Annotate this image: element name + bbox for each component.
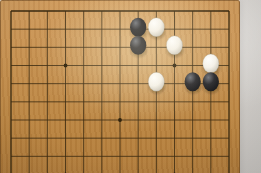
- stone-black[interactable]: [185, 72, 201, 91]
- stone-white[interactable]: [203, 54, 219, 73]
- stone-white[interactable]: [148, 18, 164, 37]
- stone-white[interactable]: [166, 36, 182, 55]
- stone-black[interactable]: [130, 36, 146, 55]
- star-point: [173, 64, 177, 68]
- go-board-surface[interactable]: [0, 0, 240, 173]
- stone-black[interactable]: [203, 72, 219, 91]
- stone-white[interactable]: [148, 72, 164, 91]
- star-point: [118, 118, 122, 122]
- star-point: [64, 64, 68, 68]
- stone-black[interactable]: [130, 18, 146, 37]
- go-board-photo-scene: [0, 0, 261, 173]
- go-board[interactable]: [0, 0, 240, 173]
